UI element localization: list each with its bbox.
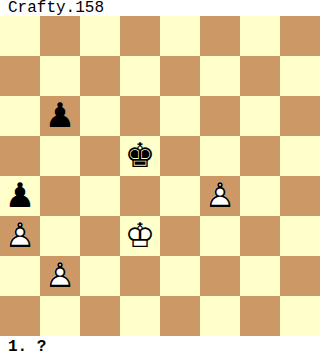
square-g2[interactable] [240,256,280,296]
square-f8[interactable] [200,16,240,56]
white-king: ♔ [120,215,160,255]
square-h2[interactable] [280,256,320,296]
square-a4[interactable]: ♟ [0,176,40,216]
square-a1[interactable] [0,296,40,336]
window-title: Crafty.158 [8,0,104,16]
black-pawn: ♟ [0,175,40,215]
square-d6[interactable] [120,96,160,136]
square-b3[interactable] [40,216,80,256]
move-prompt: 1. ? [8,338,46,356]
square-f5[interactable] [200,136,240,176]
square-b5[interactable] [40,136,80,176]
square-e5[interactable] [160,136,200,176]
square-d3[interactable]: ♚♔ [120,216,160,256]
white-pawn-fill: ♟ [200,175,240,215]
square-a6[interactable] [0,96,40,136]
square-d7[interactable] [120,56,160,96]
square-g5[interactable] [240,136,280,176]
square-f7[interactable] [200,56,240,96]
square-e6[interactable] [160,96,200,136]
square-g3[interactable] [240,216,280,256]
square-a7[interactable] [0,56,40,96]
square-b4[interactable] [40,176,80,216]
square-e4[interactable] [160,176,200,216]
square-a8[interactable] [0,16,40,56]
square-a3[interactable]: ♟♙ [0,216,40,256]
square-c4[interactable] [80,176,120,216]
square-h4[interactable] [280,176,320,216]
square-f4[interactable]: ♟♙ [200,176,240,216]
square-c3[interactable] [80,216,120,256]
square-g4[interactable] [240,176,280,216]
square-f1[interactable] [200,296,240,336]
square-c5[interactable] [80,136,120,176]
square-d1[interactable] [120,296,160,336]
square-a5[interactable] [0,136,40,176]
square-a2[interactable] [0,256,40,296]
square-h3[interactable] [280,216,320,256]
square-e3[interactable] [160,216,200,256]
white-pawn-fill: ♟ [0,215,40,255]
square-g6[interactable] [240,96,280,136]
square-b7[interactable] [40,56,80,96]
square-b2[interactable]: ♟♙ [40,256,80,296]
square-h8[interactable] [280,16,320,56]
square-f3[interactable] [200,216,240,256]
square-e8[interactable] [160,16,200,56]
square-f6[interactable] [200,96,240,136]
chess-board: ♟♚♟♟♙♟♙♚♔♟♙ [0,16,320,336]
white-king-fill: ♚ [120,215,160,255]
white-pawn: ♙ [40,255,80,295]
square-g8[interactable] [240,16,280,56]
square-g1[interactable] [240,296,280,336]
square-b8[interactable] [40,16,80,56]
square-e7[interactable] [160,56,200,96]
black-king: ♚ [120,135,160,175]
square-d2[interactable] [120,256,160,296]
square-f2[interactable] [200,256,240,296]
white-pawn: ♙ [200,175,240,215]
square-h6[interactable] [280,96,320,136]
square-b1[interactable] [40,296,80,336]
square-g7[interactable] [240,56,280,96]
square-c1[interactable] [80,296,120,336]
square-c6[interactable] [80,96,120,136]
square-h5[interactable] [280,136,320,176]
black-pawn: ♟ [40,95,80,135]
square-h1[interactable] [280,296,320,336]
square-c7[interactable] [80,56,120,96]
square-h7[interactable] [280,56,320,96]
square-d8[interactable] [120,16,160,56]
white-pawn: ♙ [0,215,40,255]
square-b6[interactable]: ♟ [40,96,80,136]
square-e1[interactable] [160,296,200,336]
white-pawn-fill: ♟ [40,255,80,295]
square-d5[interactable]: ♚ [120,136,160,176]
square-c8[interactable] [80,16,120,56]
square-d4[interactable] [120,176,160,216]
square-e2[interactable] [160,256,200,296]
square-c2[interactable] [80,256,120,296]
